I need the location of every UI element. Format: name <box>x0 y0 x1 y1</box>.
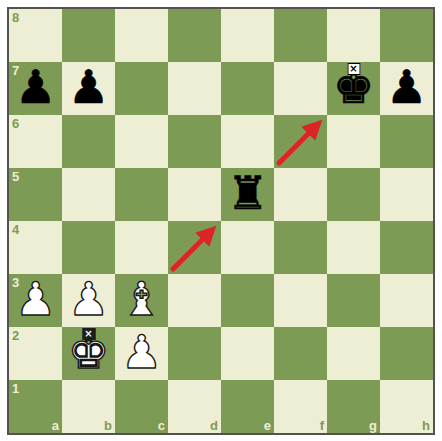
square-c5[interactable] <box>115 168 168 221</box>
file-label-f: f <box>320 419 324 432</box>
square-d8[interactable] <box>168 9 221 62</box>
square-f6[interactable] <box>274 115 327 168</box>
piece-white-pawn[interactable]: ♟ <box>15 276 56 322</box>
file-label-d: d <box>210 419 218 432</box>
rank-label-4: 4 <box>12 223 19 236</box>
square-f7[interactable] <box>274 62 327 115</box>
square-e6[interactable] <box>221 115 274 168</box>
square-h2[interactable] <box>380 327 433 380</box>
square-e4[interactable] <box>221 221 274 274</box>
square-a3[interactable]: 3♟ <box>9 274 62 327</box>
square-c4[interactable] <box>115 221 168 274</box>
square-g7[interactable]: ♚× <box>327 62 380 115</box>
square-e5[interactable]: ♜ <box>221 168 274 221</box>
board-frame: 87♟♟♚×♟65♜43♟♟♝2♚×♟1abcdefgh <box>7 7 435 435</box>
square-a1[interactable]: 1a <box>9 380 62 433</box>
square-d2[interactable] <box>168 327 221 380</box>
file-label-h: h <box>422 419 430 432</box>
file-label-a: a <box>52 419 59 432</box>
square-g3[interactable] <box>327 274 380 327</box>
square-d5[interactable] <box>168 168 221 221</box>
square-b1[interactable]: b <box>62 380 115 433</box>
square-b2[interactable]: ♚× <box>62 327 115 380</box>
square-g4[interactable] <box>327 221 380 274</box>
square-c2[interactable]: ♟ <box>115 327 168 380</box>
file-label-b: b <box>104 419 112 432</box>
rank-label-2: 2 <box>12 329 19 342</box>
square-e2[interactable] <box>221 327 274 380</box>
piece-white-pawn[interactable]: ♟ <box>121 329 162 375</box>
square-d4[interactable] <box>168 221 221 274</box>
square-f5[interactable] <box>274 168 327 221</box>
square-a5[interactable]: 5 <box>9 168 62 221</box>
square-a2[interactable]: 2 <box>9 327 62 380</box>
square-h6[interactable] <box>380 115 433 168</box>
square-d6[interactable] <box>168 115 221 168</box>
piece-black-pawn[interactable]: ♟ <box>386 64 427 110</box>
square-h8[interactable] <box>380 9 433 62</box>
square-c7[interactable] <box>115 62 168 115</box>
square-h1[interactable]: h <box>380 380 433 433</box>
square-d3[interactable] <box>168 274 221 327</box>
square-b3[interactable]: ♟ <box>62 274 115 327</box>
rank-label-6: 6 <box>12 117 19 130</box>
square-b5[interactable] <box>62 168 115 221</box>
square-a4[interactable]: 4 <box>9 221 62 274</box>
file-label-e: e <box>264 419 271 432</box>
square-e8[interactable] <box>221 9 274 62</box>
square-a6[interactable]: 6 <box>9 115 62 168</box>
square-h3[interactable] <box>380 274 433 327</box>
piece-white-king[interactable]: ♚ <box>68 329 109 375</box>
square-f2[interactable] <box>274 327 327 380</box>
square-c6[interactable] <box>115 115 168 168</box>
piece-black-rook[interactable]: ♜ <box>227 170 268 216</box>
piece-black-king[interactable]: ♚ <box>333 64 374 110</box>
square-f3[interactable] <box>274 274 327 327</box>
square-c3[interactable]: ♝ <box>115 274 168 327</box>
rank-label-5: 5 <box>12 170 19 183</box>
square-b8[interactable] <box>62 9 115 62</box>
piece-white-bishop[interactable]: ♝ <box>121 276 162 322</box>
rank-label-1: 1 <box>12 382 19 395</box>
square-c1[interactable]: c <box>115 380 168 433</box>
piece-white-pawn[interactable]: ♟ <box>68 276 109 322</box>
square-e3[interactable] <box>221 274 274 327</box>
square-e7[interactable] <box>221 62 274 115</box>
file-label-c: c <box>158 419 165 432</box>
rank-label-8: 8 <box>12 11 19 24</box>
chess-board: 87♟♟♚×♟65♜43♟♟♝2♚×♟1abcdefgh <box>9 9 433 433</box>
square-g8[interactable] <box>327 9 380 62</box>
square-b6[interactable] <box>62 115 115 168</box>
square-b7[interactable]: ♟ <box>62 62 115 115</box>
square-d7[interactable] <box>168 62 221 115</box>
square-h5[interactable] <box>380 168 433 221</box>
square-c8[interactable] <box>115 9 168 62</box>
square-g6[interactable] <box>327 115 380 168</box>
square-h4[interactable] <box>380 221 433 274</box>
square-f1[interactable]: f <box>274 380 327 433</box>
square-a7[interactable]: 7♟ <box>9 62 62 115</box>
square-h7[interactable]: ♟ <box>380 62 433 115</box>
square-b4[interactable] <box>62 221 115 274</box>
square-g5[interactable] <box>327 168 380 221</box>
square-a8[interactable]: 8 <box>9 9 62 62</box>
square-f4[interactable] <box>274 221 327 274</box>
square-f8[interactable] <box>274 9 327 62</box>
square-g2[interactable] <box>327 327 380 380</box>
file-label-g: g <box>369 419 377 432</box>
piece-black-pawn[interactable]: ♟ <box>15 64 56 110</box>
piece-black-pawn[interactable]: ♟ <box>68 64 109 110</box>
square-e1[interactable]: e <box>221 380 274 433</box>
square-d1[interactable]: d <box>168 380 221 433</box>
square-g1[interactable]: g <box>327 380 380 433</box>
